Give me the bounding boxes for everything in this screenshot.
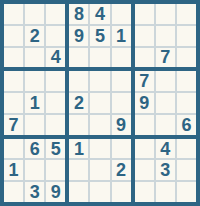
cell-r3c6[interactable] — [112, 48, 131, 68]
box-1-1: 24 — [4, 4, 65, 67]
box-3-3: 43 — [135, 139, 196, 202]
cell-r4c4[interactable] — [69, 71, 88, 91]
cell-r8c6[interactable]: 2 — [112, 160, 131, 180]
cell-r2c5[interactable]: 5 — [90, 26, 109, 46]
cell-r9c3[interactable]: 9 — [46, 182, 65, 202]
cell-r2c4[interactable]: 9 — [69, 26, 88, 46]
cell-r4c1[interactable] — [4, 71, 23, 91]
cell-r5c3[interactable] — [46, 93, 65, 113]
cell-r2c2[interactable]: 2 — [25, 26, 44, 46]
cell-r7c6[interactable] — [112, 139, 131, 159]
cell-r1c9[interactable] — [177, 4, 196, 24]
cell-r6c2[interactable] — [25, 115, 44, 135]
cell-r8c2[interactable] — [25, 160, 44, 180]
box-2-2: 29 — [69, 71, 130, 134]
box-3-2: 12 — [69, 139, 130, 202]
cell-r4c9[interactable] — [177, 71, 196, 91]
cell-r4c6[interactable] — [112, 71, 131, 91]
cell-r6c8[interactable] — [156, 115, 175, 135]
cell-r3c7[interactable] — [135, 48, 154, 68]
cell-r3c9[interactable] — [177, 48, 196, 68]
cell-r5c1[interactable] — [4, 93, 23, 113]
cell-r1c6[interactable] — [112, 4, 131, 24]
cell-r6c7[interactable] — [135, 115, 154, 135]
cell-r1c8[interactable] — [156, 4, 175, 24]
cell-r2c9[interactable] — [177, 26, 196, 46]
cell-r3c4[interactable] — [69, 48, 88, 68]
box-1-2: 84951 — [69, 4, 130, 67]
cell-r2c8[interactable] — [156, 26, 175, 46]
cell-r9c6[interactable] — [112, 182, 131, 202]
cell-r2c3[interactable] — [46, 26, 65, 46]
cell-r8c4[interactable] — [69, 160, 88, 180]
cell-r2c7[interactable] — [135, 26, 154, 46]
box-2-3: 796 — [135, 71, 196, 134]
cell-r7c8[interactable]: 4 — [156, 139, 175, 159]
cell-r5c9[interactable] — [177, 93, 196, 113]
cell-r5c7[interactable]: 9 — [135, 93, 154, 113]
cell-r9c1[interactable] — [4, 182, 23, 202]
cell-r8c8[interactable]: 3 — [156, 160, 175, 180]
cell-r7c1[interactable] — [4, 139, 23, 159]
cell-r7c4[interactable]: 1 — [69, 139, 88, 159]
cell-r6c4[interactable] — [69, 115, 88, 135]
cell-r8c7[interactable] — [135, 160, 154, 180]
cell-r3c5[interactable] — [90, 48, 109, 68]
cell-r9c8[interactable] — [156, 182, 175, 202]
cell-r6c3[interactable] — [46, 115, 65, 135]
box-1-3: 7 — [135, 4, 196, 67]
cell-r1c7[interactable] — [135, 4, 154, 24]
box-2-1: 17 — [4, 71, 65, 134]
cell-r4c5[interactable] — [90, 71, 109, 91]
cell-r6c6[interactable]: 9 — [112, 115, 131, 135]
cell-r3c3[interactable]: 4 — [46, 48, 65, 68]
cell-r7c2[interactable]: 6 — [25, 139, 44, 159]
cell-r9c9[interactable] — [177, 182, 196, 202]
cell-r8c1[interactable]: 1 — [4, 160, 23, 180]
cell-r4c7[interactable]: 7 — [135, 71, 154, 91]
cell-r5c5[interactable] — [90, 93, 109, 113]
cell-r5c8[interactable] — [156, 93, 175, 113]
cell-r5c2[interactable]: 1 — [25, 93, 44, 113]
cell-r5c6[interactable] — [112, 93, 131, 113]
cell-r8c9[interactable] — [177, 160, 196, 180]
cell-r1c5[interactable]: 4 — [90, 4, 109, 24]
cell-r7c7[interactable] — [135, 139, 154, 159]
cell-r1c2[interactable] — [25, 4, 44, 24]
cell-r9c5[interactable] — [90, 182, 109, 202]
cell-r9c7[interactable] — [135, 182, 154, 202]
cell-r9c2[interactable]: 3 — [25, 182, 44, 202]
cell-r5c4[interactable]: 2 — [69, 93, 88, 113]
cell-r3c8[interactable]: 7 — [156, 48, 175, 68]
sudoku-board: 248495171729796651391243 — [0, 0, 200, 206]
cell-r7c5[interactable] — [90, 139, 109, 159]
cell-r1c4[interactable]: 8 — [69, 4, 88, 24]
cell-r9c4[interactable] — [69, 182, 88, 202]
cell-r1c3[interactable] — [46, 4, 65, 24]
box-3-1: 65139 — [4, 139, 65, 202]
cell-r4c2[interactable] — [25, 71, 44, 91]
cell-r6c1[interactable]: 7 — [4, 115, 23, 135]
cell-r7c9[interactable] — [177, 139, 196, 159]
cell-r8c3[interactable] — [46, 160, 65, 180]
cell-r2c6[interactable]: 1 — [112, 26, 131, 46]
cell-r4c8[interactable] — [156, 71, 175, 91]
cell-r1c1[interactable] — [4, 4, 23, 24]
cell-r7c3[interactable]: 5 — [46, 139, 65, 159]
cell-r8c5[interactable] — [90, 160, 109, 180]
cell-r3c1[interactable] — [4, 48, 23, 68]
cell-r2c1[interactable] — [4, 26, 23, 46]
cell-r6c5[interactable] — [90, 115, 109, 135]
cell-r6c9[interactable]: 6 — [177, 115, 196, 135]
cell-r3c2[interactable] — [25, 48, 44, 68]
cell-r4c3[interactable] — [46, 71, 65, 91]
